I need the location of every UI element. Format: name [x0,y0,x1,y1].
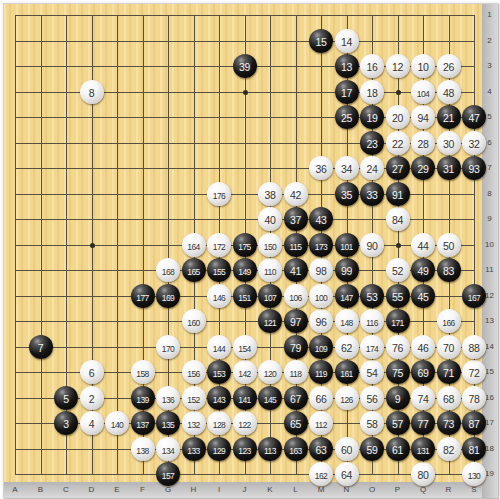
stone-move-number: 163 [289,446,301,456]
stone-move-number: 150 [264,242,276,252]
stone-white-8[interactable]: 8 [80,80,104,104]
stone-move-number: 81 [468,444,479,456]
column-label: I [211,485,227,495]
stone-move-number: 148 [340,318,352,328]
stone-black-15[interactable]: 15 [309,29,333,53]
stone-move-number: 67 [290,393,301,405]
stone-move-number: 169 [162,293,174,303]
stone-black-101[interactable]: 101 [335,233,359,257]
stone-move-number: 154 [238,344,250,354]
stone-move-number: 26 [443,61,454,73]
stone-black-69[interactable]: 69 [411,360,435,384]
stone-black-17[interactable]: 17 [335,80,359,104]
stone-black-65[interactable]: 65 [284,411,308,435]
stone-move-number: 155 [213,267,225,277]
stone-white-54[interactable]: 54 [360,360,384,384]
stone-white-134[interactable]: 134 [156,437,180,461]
stone-move-number: 19 [366,112,377,124]
stone-move-number: 31 [443,163,454,175]
stone-white-24[interactable]: 24 [360,156,384,180]
stone-black-81[interactable]: 81 [462,437,486,461]
stone-black-31[interactable]: 31 [437,156,461,180]
stone-white-60[interactable]: 60 [335,437,359,461]
column-label: E [109,485,125,495]
stone-white-4[interactable]: 4 [80,411,104,435]
stone-white-166[interactable]: 166 [437,309,461,333]
stones-layer: 2345678910121314151617181920212223242526… [4,4,482,482]
stone-black-45[interactable]: 45 [411,284,435,308]
stone-white-116[interactable]: 116 [360,309,384,333]
stone-white-88[interactable]: 88 [462,335,486,359]
stone-white-66[interactable]: 66 [309,386,333,410]
stone-black-149[interactable]: 149 [233,258,257,282]
stone-white-112[interactable]: 112 [309,411,333,435]
stone-move-number: 34 [341,163,352,175]
stone-black-177[interactable]: 177 [131,284,155,308]
stone-white-98[interactable]: 98 [309,258,333,282]
stone-move-number: 33 [366,189,377,201]
stone-black-55[interactable]: 55 [386,284,410,308]
stone-black-157[interactable]: 157 [156,462,180,486]
stone-move-number: 35 [341,189,352,201]
stone-black-41[interactable]: 41 [284,258,308,282]
stone-move-number: 82 [443,444,454,456]
stone-black-5[interactable]: 5 [54,386,78,410]
stone-move-number: 56 [366,393,377,405]
stone-white-94[interactable]: 94 [411,105,435,129]
stone-move-number: 143 [213,395,225,405]
stone-move-number: 174 [366,344,378,354]
stone-white-16[interactable]: 16 [360,54,384,78]
row-label: 9 [482,214,497,224]
stone-move-number: 72 [468,367,479,379]
stone-white-142[interactable]: 142 [233,360,257,384]
stone-black-57[interactable]: 57 [386,411,410,435]
stone-move-number: 76 [392,342,403,354]
column-label: R [441,485,457,495]
stone-white-148[interactable]: 148 [335,309,359,333]
stone-move-number: 28 [417,138,428,150]
stone-white-64[interactable]: 64 [335,462,359,486]
stone-white-172[interactable]: 172 [207,233,231,257]
stone-move-number: 29 [417,163,428,175]
stone-black-123[interactable]: 123 [233,437,257,461]
stone-move-number: 70 [443,342,454,354]
stone-black-129[interactable]: 129 [207,437,231,461]
stone-white-46[interactable]: 46 [411,335,435,359]
stone-move-number: 41 [290,265,301,277]
stone-black-43[interactable]: 43 [309,207,333,231]
stone-move-number: 175 [238,242,250,252]
stone-move-number: 168 [162,267,174,277]
stone-white-20[interactable]: 20 [386,105,410,129]
stone-move-number: 160 [187,318,199,328]
stone-move-number: 90 [366,240,377,252]
stone-move-number: 97 [290,316,301,328]
stone-black-29[interactable]: 29 [411,156,435,180]
stone-move-number: 115 [290,242,302,252]
stone-black-63[interactable]: 63 [309,437,333,461]
stone-move-number: 24 [366,163,377,175]
stone-white-176[interactable]: 176 [207,182,231,206]
stone-move-number: 166 [442,318,454,328]
stone-move-number: 65 [290,418,301,430]
stone-move-number: 110 [264,267,276,277]
stone-white-2[interactable]: 2 [80,386,104,410]
stone-black-173[interactable]: 173 [309,233,333,257]
stone-white-68[interactable]: 68 [437,386,461,410]
stone-black-141[interactable]: 141 [233,386,257,410]
row-label: 13 [482,316,497,326]
stone-black-175[interactable]: 175 [233,233,257,257]
stone-white-136[interactable]: 136 [156,386,180,410]
stone-move-number: 162 [315,471,327,481]
stone-white-110[interactable]: 110 [258,258,282,282]
stone-white-22[interactable]: 22 [386,131,410,155]
stone-move-number: 164 [187,242,199,252]
stone-move-number: 137 [136,420,148,430]
stone-black-119[interactable]: 119 [309,360,333,384]
stone-white-48[interactable]: 48 [437,80,461,104]
stone-move-number: 44 [417,240,428,252]
stone-white-40[interactable]: 40 [258,207,282,231]
stone-move-number: 16 [366,61,377,73]
go-diagram: 2345678910121314151617181920212223242526… [0,0,500,499]
stone-move-number: 170 [162,344,174,354]
stone-white-120[interactable]: 120 [258,360,282,384]
stone-white-154[interactable]: 154 [233,335,257,359]
stone-white-122[interactable]: 122 [233,411,257,435]
stone-white-104[interactable]: 104 [411,80,435,104]
stone-black-21[interactable]: 21 [437,105,461,129]
stone-white-158[interactable]: 158 [131,360,155,384]
stone-black-19[interactable]: 19 [360,105,384,129]
stone-move-number: 22 [392,138,403,150]
stone-white-58[interactable]: 58 [360,411,384,435]
stone-black-59[interactable]: 59 [360,437,384,461]
stone-move-number: 46 [417,342,428,354]
stone-move-number: 78 [468,393,479,405]
stone-move-number: 5 [63,393,69,405]
stone-black-83[interactable]: 83 [437,258,461,282]
stone-move-number: 147 [340,293,352,303]
stone-black-155[interactable]: 155 [207,258,231,282]
column-label: M [313,485,329,495]
stone-move-number: 138 [136,446,148,456]
stone-black-137[interactable]: 137 [131,411,155,435]
row-label: 2 [482,36,497,46]
stone-black-143[interactable]: 143 [207,386,231,410]
stone-black-133[interactable]: 133 [182,437,206,461]
stone-white-14[interactable]: 14 [335,29,359,53]
stone-white-106[interactable]: 106 [284,284,308,308]
stone-move-number: 100 [315,293,327,303]
stone-black-91[interactable]: 91 [386,182,410,206]
stone-white-138[interactable]: 138 [131,437,155,461]
stone-white-12[interactable]: 12 [386,54,410,78]
stone-move-number: 54 [366,367,377,379]
stone-move-number: 153 [213,369,225,379]
stone-white-160[interactable]: 160 [182,309,206,333]
stone-white-30[interactable]: 30 [437,131,461,155]
stone-move-number: 167 [468,293,480,303]
stone-move-number: 43 [315,214,326,226]
column-label: J [237,485,253,495]
stone-white-36[interactable]: 36 [309,156,333,180]
stone-black-13[interactable]: 13 [335,54,359,78]
stone-move-number: 173 [315,242,327,252]
stone-black-169[interactable]: 169 [156,284,180,308]
stone-black-115[interactable]: 115 [284,233,308,257]
stone-move-number: 50 [443,240,454,252]
stone-move-number: 171 [391,318,403,328]
stone-white-144[interactable]: 144 [207,335,231,359]
stone-move-number: 8 [89,87,95,99]
stone-move-number: 139 [136,395,148,405]
stone-move-number: 119 [315,369,327,379]
stone-move-number: 93 [468,163,479,175]
stone-move-number: 18 [366,87,377,99]
stone-move-number: 126 [340,395,352,405]
stone-move-number: 68 [443,393,454,405]
stone-move-number: 36 [315,163,326,175]
stone-move-number: 30 [443,138,454,150]
stone-move-number: 64 [341,469,352,481]
stone-white-38[interactable]: 38 [258,182,282,206]
stone-move-number: 113 [264,446,276,456]
stone-black-61[interactable]: 61 [386,437,410,461]
stone-white-18[interactable]: 18 [360,80,384,104]
stone-black-75[interactable]: 75 [386,360,410,384]
stone-move-number: 87 [468,418,479,430]
stone-move-number: 2 [89,393,95,405]
column-label: F [135,485,151,495]
stone-move-number: 145 [264,395,276,405]
stone-white-72[interactable]: 72 [462,360,486,384]
stone-white-70[interactable]: 70 [437,335,461,359]
stone-white-164[interactable]: 164 [182,233,206,257]
stone-move-number: 38 [264,189,275,201]
stone-move-number: 60 [341,444,352,456]
stone-white-26[interactable]: 26 [437,54,461,78]
stone-move-number: 14 [341,36,352,48]
stone-white-84[interactable]: 84 [386,207,410,231]
row-label: 8 [482,189,497,199]
stone-move-number: 96 [315,316,326,328]
stone-black-153[interactable]: 153 [207,360,231,384]
column-label: P [390,485,406,495]
stone-white-100[interactable]: 100 [309,284,333,308]
stone-move-number: 144 [213,344,225,354]
stone-white-140[interactable]: 140 [105,411,129,435]
stone-move-number: 131 [417,446,429,456]
stone-move-number: 172 [213,242,225,252]
stone-black-25[interactable]: 25 [335,105,359,129]
stone-white-78[interactable]: 78 [462,386,486,410]
stone-black-171[interactable]: 171 [386,309,410,333]
stone-white-152[interactable]: 152 [182,386,206,410]
stone-black-27[interactable]: 27 [386,156,410,180]
row-label: 11 [482,265,497,275]
stone-move-number: 7 [38,342,44,354]
stone-move-number: 32 [468,138,479,150]
stone-move-number: 134 [162,446,174,456]
stone-move-number: 6 [89,367,95,379]
stone-black-9[interactable]: 9 [386,386,410,410]
stone-black-97[interactable]: 97 [284,309,308,333]
stone-white-130[interactable]: 130 [462,462,486,486]
stone-white-32[interactable]: 32 [462,131,486,155]
go-board: 2345678910121314151617181920212223242526… [3,3,498,498]
stone-move-number: 37 [290,214,301,226]
stone-white-118[interactable]: 118 [284,360,308,384]
stone-move-number: 140 [111,420,123,430]
stone-white-82[interactable]: 82 [437,437,461,461]
stone-move-number: 112 [315,420,327,430]
stone-white-28[interactable]: 28 [411,131,435,155]
stone-move-number: 21 [443,112,454,124]
stone-move-number: 39 [239,61,250,73]
stone-move-number: 45 [417,291,428,303]
stone-white-76[interactable]: 76 [386,335,410,359]
stone-black-77[interactable]: 77 [411,411,435,435]
stone-white-150[interactable]: 150 [258,233,282,257]
stone-black-39[interactable]: 39 [233,54,257,78]
stone-black-113[interactable]: 113 [258,437,282,461]
stone-move-number: 157 [162,471,174,481]
stone-black-37[interactable]: 37 [284,207,308,231]
column-label: L [288,485,304,495]
stone-move-number: 152 [187,395,199,405]
stone-move-number: 135 [162,420,174,430]
stone-white-56[interactable]: 56 [360,386,384,410]
stone-black-33[interactable]: 33 [360,182,384,206]
stone-black-165[interactable]: 165 [182,258,206,282]
stone-white-132[interactable]: 132 [182,411,206,435]
stone-move-number: 132 [187,420,199,430]
stone-white-96[interactable]: 96 [309,309,333,333]
stone-white-168[interactable]: 168 [156,258,180,282]
stone-move-number: 122 [238,420,250,430]
stone-move-number: 55 [392,291,403,303]
stone-move-number: 149 [238,267,250,277]
stone-black-35[interactable]: 35 [335,182,359,206]
stone-move-number: 177 [136,293,148,303]
stone-white-10[interactable]: 10 [411,54,435,78]
stone-move-number: 99 [341,265,352,277]
stone-white-128[interactable]: 128 [207,411,231,435]
stone-move-number: 61 [392,444,403,456]
stone-black-3[interactable]: 3 [54,411,78,435]
stone-white-50[interactable]: 50 [437,233,461,257]
stone-black-131[interactable]: 131 [411,437,435,461]
stone-black-73[interactable]: 73 [437,411,461,435]
stone-black-49[interactable]: 49 [411,258,435,282]
stone-black-121[interactable]: 121 [258,309,282,333]
stone-black-161[interactable]: 161 [335,360,359,384]
stone-black-151[interactable]: 151 [233,284,257,308]
stone-black-145[interactable]: 145 [258,386,282,410]
stone-black-147[interactable]: 147 [335,284,359,308]
stone-black-47[interactable]: 47 [462,105,486,129]
stone-white-74[interactable]: 74 [411,386,435,410]
stone-black-93[interactable]: 93 [462,156,486,180]
stone-white-62[interactable]: 62 [335,335,359,359]
stone-white-126[interactable]: 126 [335,386,359,410]
stone-black-67[interactable]: 67 [284,386,308,410]
row-label: 4 [482,87,497,97]
row-label: 3 [482,61,497,71]
stone-white-90[interactable]: 90 [360,233,384,257]
stone-black-53[interactable]: 53 [360,284,384,308]
stone-move-number: 9 [395,393,401,405]
stone-black-7[interactable]: 7 [29,335,53,359]
stone-white-170[interactable]: 170 [156,335,180,359]
row-label: 1 [482,10,497,20]
stone-move-number: 116 [366,318,378,328]
stone-black-99[interactable]: 99 [335,258,359,282]
stone-white-80[interactable]: 80 [411,462,435,486]
stone-move-number: 13 [341,61,352,73]
stone-black-79[interactable]: 79 [284,335,308,359]
stone-white-156[interactable]: 156 [182,360,206,384]
stone-black-109[interactable]: 109 [309,335,333,359]
stone-black-139[interactable]: 139 [131,386,155,410]
stone-move-number: 52 [392,265,403,277]
stone-white-162[interactable]: 162 [309,462,333,486]
board-wood-area[interactable]: 2345678910121314151617181920212223242526… [4,4,482,482]
stone-move-number: 63 [315,444,326,456]
stone-black-71[interactable]: 71 [437,360,461,384]
stone-white-146[interactable]: 146 [207,284,231,308]
stone-black-87[interactable]: 87 [462,411,486,435]
stone-black-23[interactable]: 23 [360,131,384,155]
stone-move-number: 77 [417,418,428,430]
stone-black-167[interactable]: 167 [462,284,486,308]
stone-move-number: 73 [443,418,454,430]
column-label: Q [415,485,431,495]
stone-move-number: 71 [443,367,454,379]
stone-move-number: 161 [340,369,352,379]
stone-black-135[interactable]: 135 [156,411,180,435]
stone-move-number: 59 [366,444,377,456]
stone-move-number: 20 [392,112,403,124]
stone-move-number: 120 [264,369,276,379]
stone-move-number: 141 [238,395,250,405]
stone-black-107[interactable]: 107 [258,284,282,308]
stone-move-number: 17 [341,87,352,99]
stone-move-number: 25 [341,112,352,124]
stone-move-number: 151 [238,293,250,303]
stone-white-52[interactable]: 52 [386,258,410,282]
stone-move-number: 12 [392,61,403,73]
stone-white-174[interactable]: 174 [360,335,384,359]
stone-move-number: 94 [417,112,428,124]
stone-white-6[interactable]: 6 [80,360,104,384]
column-label: K [262,485,278,495]
stone-move-number: 80 [417,469,428,481]
column-label: N [339,485,355,495]
stone-move-number: 121 [264,318,276,328]
stone-white-42[interactable]: 42 [284,182,308,206]
stone-move-number: 84 [392,214,403,226]
column-labels: ABCDEFGHIJKLMNOPQRS [4,482,482,499]
stone-white-34[interactable]: 34 [335,156,359,180]
stone-black-163[interactable]: 163 [284,437,308,461]
stone-white-44[interactable]: 44 [411,233,435,257]
stone-move-number: 75 [392,367,403,379]
column-label: G [160,485,176,495]
